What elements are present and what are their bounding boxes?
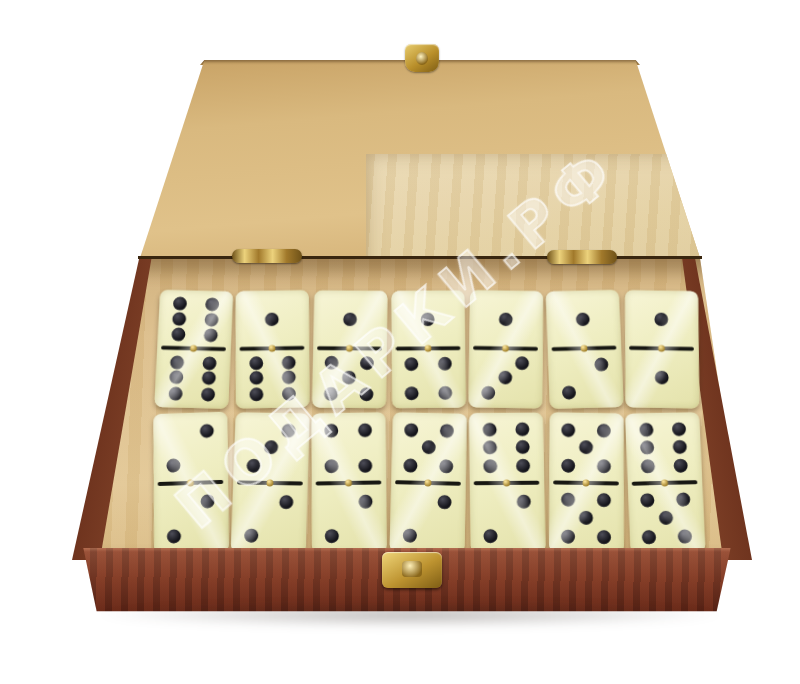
pip-icon <box>342 371 356 385</box>
pip-icon <box>203 329 217 343</box>
pip-icon <box>499 313 513 327</box>
pip-icon <box>499 371 513 385</box>
pip-icon <box>484 528 498 542</box>
pip-icon <box>438 494 452 508</box>
domino-bottom-half <box>154 348 230 408</box>
domino-3-2 <box>230 412 309 554</box>
domino-1-6 <box>235 290 309 408</box>
domino-bottom-half <box>548 348 624 408</box>
pip-icon <box>674 459 689 473</box>
pip-icon <box>561 492 575 506</box>
pip-icon <box>249 356 263 370</box>
pip-icon <box>438 357 452 371</box>
domino-top-half <box>469 290 543 349</box>
pip-icon <box>168 386 182 400</box>
pip-icon <box>677 492 692 506</box>
domino-top-half <box>313 290 387 349</box>
domino-1-3 <box>469 290 543 408</box>
domino-1-4 <box>391 290 465 408</box>
pip-icon <box>562 422 576 436</box>
pip-icon <box>202 356 216 370</box>
domino-top-half <box>549 412 623 483</box>
domino-top-half <box>391 412 466 483</box>
pip-icon <box>279 494 293 508</box>
pip-icon <box>579 440 593 454</box>
pip-icon <box>639 422 653 436</box>
pip-icon <box>597 423 611 437</box>
pip-icon <box>359 494 373 508</box>
pip-icon <box>404 422 418 436</box>
pip-icon <box>517 494 531 508</box>
pip-icon <box>515 422 529 436</box>
pip-icon <box>421 313 435 327</box>
pip-icon <box>167 528 181 542</box>
pip-icon <box>281 355 295 369</box>
pip-icon <box>439 459 453 473</box>
domino-bottom-half <box>549 482 624 554</box>
domino-bottom-half <box>389 481 465 553</box>
box-lid <box>140 60 700 258</box>
pip-icon <box>281 423 295 437</box>
brass-spinner-icon <box>583 479 590 486</box>
pip-icon <box>482 386 496 400</box>
pip-icon <box>438 386 452 400</box>
hinge-left-icon <box>232 249 302 263</box>
pip-icon <box>249 387 263 401</box>
pip-icon <box>597 530 611 544</box>
pip-icon <box>359 423 373 437</box>
pip-icon <box>405 386 419 400</box>
domino-bottom-half <box>469 348 543 408</box>
domino-1-2 <box>545 290 623 409</box>
domino-top-half <box>469 412 544 483</box>
pip-icon <box>516 459 530 473</box>
pip-icon <box>642 530 657 544</box>
pip-icon <box>325 528 339 542</box>
brass-spinner-icon <box>424 479 431 486</box>
pip-icon <box>171 328 185 342</box>
domino-top-half <box>391 290 465 349</box>
pip-icon <box>678 529 693 543</box>
pip-icon <box>641 493 656 507</box>
pip-icon <box>561 459 575 473</box>
domino-5-2 <box>389 412 466 554</box>
pip-icon <box>360 357 374 371</box>
pip-icon <box>483 422 497 436</box>
domino-1-5 <box>312 290 387 408</box>
domino-top-half <box>233 412 309 483</box>
pip-icon <box>246 458 260 472</box>
pip-icon <box>324 387 338 401</box>
pip-icon <box>325 459 339 473</box>
domino-bottom-half <box>391 348 465 407</box>
domino-top-half <box>545 290 620 350</box>
domino-bottom-half <box>628 481 705 553</box>
pip-icon <box>404 357 418 371</box>
pip-icon <box>403 459 417 473</box>
pip-icon <box>170 355 184 369</box>
pip-icon <box>325 424 339 438</box>
pip-icon <box>594 357 608 371</box>
brass-spinner-icon <box>504 479 511 486</box>
pip-icon <box>204 313 218 327</box>
domino-bottom-half <box>230 482 307 554</box>
domino-6-5 <box>625 412 705 554</box>
pip-icon <box>516 357 530 371</box>
pip-icon <box>244 528 258 542</box>
pip-icon <box>173 297 187 311</box>
domino-1-1 <box>625 290 699 408</box>
pip-icon <box>281 371 295 385</box>
pip-icon <box>640 440 654 454</box>
pip-icon <box>201 371 215 385</box>
ground-shadow <box>95 602 725 628</box>
pip-icon <box>359 458 373 472</box>
domino-6-2 <box>469 412 546 553</box>
domino-bottom-half <box>470 482 546 554</box>
product-photo: ПОДАРКИ.РФ <box>0 0 800 684</box>
domino-bottom-half <box>235 348 309 408</box>
pip-icon <box>422 440 436 454</box>
pip-icon <box>403 528 417 542</box>
pip-icon <box>672 422 686 436</box>
pip-icon <box>483 440 497 454</box>
domino-top-half <box>235 290 308 349</box>
domino-tray <box>152 286 704 548</box>
pip-icon <box>656 371 670 385</box>
pip-icon <box>169 371 183 385</box>
pip-icon <box>597 493 611 507</box>
pip-icon <box>641 459 655 473</box>
pip-icon <box>576 313 590 327</box>
domino-bottom-half <box>626 348 700 408</box>
brass-spinner-icon <box>425 345 432 352</box>
domino-4-2 <box>312 412 387 554</box>
pip-icon <box>440 423 454 437</box>
pip-icon <box>265 313 279 327</box>
domino-top-half <box>312 412 386 483</box>
pip-icon <box>167 458 181 472</box>
clasp-hook-icon <box>405 44 439 72</box>
domino-top-half <box>625 290 698 349</box>
brass-spinner-icon <box>581 345 588 352</box>
pip-icon <box>561 529 575 543</box>
brass-spinner-icon <box>268 345 275 352</box>
pip-icon <box>200 423 214 437</box>
pip-icon <box>360 387 374 401</box>
hinge-seam <box>138 256 702 259</box>
brass-spinner-icon <box>345 479 352 486</box>
domino-bottom-half <box>312 348 386 407</box>
brass-spinner-icon <box>266 479 273 486</box>
domino-bottom-half <box>312 482 387 554</box>
pip-icon <box>201 387 215 401</box>
pip-icon <box>205 298 219 312</box>
pip-icon <box>516 440 530 454</box>
pip-icon <box>597 459 611 473</box>
pip-icon <box>579 510 593 524</box>
pip-icon <box>172 312 186 326</box>
domino-top-half <box>625 412 702 483</box>
hinge-right-icon <box>547 250 617 264</box>
pip-icon <box>325 356 339 370</box>
pip-icon <box>264 440 278 454</box>
pip-icon <box>201 493 215 507</box>
domino-2-2 <box>153 411 228 554</box>
pip-icon <box>655 313 669 327</box>
brass-spinner-icon <box>187 479 194 486</box>
pip-icon <box>659 510 674 524</box>
domino-6-6 <box>154 290 233 409</box>
pip-icon <box>483 459 497 473</box>
domino-top-half <box>157 290 233 350</box>
domino-top-half <box>153 411 227 483</box>
pip-icon <box>673 440 687 454</box>
pip-icon <box>281 387 295 401</box>
domino-grid <box>152 291 704 548</box>
pip-icon <box>562 386 576 400</box>
clasp-latch-icon <box>382 552 442 588</box>
domino-5-5 <box>549 412 624 554</box>
domino-bottom-half <box>154 481 229 554</box>
pip-icon <box>343 313 357 327</box>
pip-icon <box>249 371 263 385</box>
